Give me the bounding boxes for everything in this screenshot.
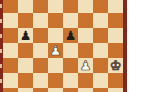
- square-f4[interactable]: [78, 43, 93, 58]
- square-d7[interactable]: [48, 0, 63, 13]
- square-a2[interactable]: [3, 73, 18, 88]
- rank-5-label-remnant: [0, 34, 2, 38]
- square-h7[interactable]: [108, 0, 123, 13]
- rank-4-label-remnant: [0, 49, 2, 53]
- rank-3-label-remnant: [0, 64, 2, 68]
- white-king-h3[interactable]: ♚: [108, 58, 123, 73]
- square-d3[interactable]: [48, 58, 63, 73]
- square-e4[interactable]: [63, 43, 78, 58]
- square-b3[interactable]: [18, 58, 33, 73]
- square-g3[interactable]: [93, 58, 108, 73]
- square-a4[interactable]: [3, 43, 18, 58]
- white-pawn-d4[interactable]: ♟: [48, 43, 63, 58]
- square-h2[interactable]: [108, 73, 123, 88]
- square-g2[interactable]: [93, 73, 108, 88]
- square-d4[interactable]: ♟: [48, 43, 63, 58]
- square-c6[interactable]: [33, 13, 48, 28]
- square-g1[interactable]: [93, 88, 108, 92]
- square-h4[interactable]: [108, 43, 123, 58]
- square-h1[interactable]: [108, 88, 123, 92]
- square-c5[interactable]: [33, 28, 48, 43]
- square-a1[interactable]: [3, 88, 18, 92]
- square-a3[interactable]: [3, 58, 18, 73]
- square-c3[interactable]: [33, 58, 48, 73]
- square-c7[interactable]: [33, 0, 48, 13]
- square-c4[interactable]: [33, 43, 48, 58]
- square-a6[interactable]: [3, 13, 18, 28]
- square-f5[interactable]: [78, 28, 93, 43]
- square-a5[interactable]: [3, 28, 18, 43]
- square-e3[interactable]: [63, 58, 78, 73]
- square-e6[interactable]: [63, 13, 78, 28]
- square-d6[interactable]: [48, 13, 63, 28]
- black-pawn-e5[interactable]: ♟: [63, 28, 78, 43]
- square-b5[interactable]: ♟: [18, 28, 33, 43]
- square-e2[interactable]: [63, 73, 78, 88]
- square-b6[interactable]: [18, 13, 33, 28]
- square-c2[interactable]: [33, 73, 48, 88]
- square-b1[interactable]: [18, 88, 33, 92]
- square-g5[interactable]: [93, 28, 108, 43]
- square-b4[interactable]: [18, 43, 33, 58]
- square-b2[interactable]: [18, 73, 33, 88]
- square-a7[interactable]: [3, 0, 18, 13]
- square-h5[interactable]: [108, 28, 123, 43]
- white-pawn-f3[interactable]: ♟: [78, 58, 93, 73]
- square-h6[interactable]: [108, 13, 123, 28]
- square-e5[interactable]: ♟: [63, 28, 78, 43]
- square-e1[interactable]: [63, 88, 78, 92]
- square-c1[interactable]: [33, 88, 48, 92]
- rank-2-label-remnant: [0, 79, 2, 83]
- square-g7[interactable]: [93, 0, 108, 13]
- square-d1[interactable]: [48, 88, 63, 92]
- chess-diagram-screenshot: ♟♟♟♟♚: [0, 0, 164, 92]
- square-f6[interactable]: [78, 13, 93, 28]
- board-squares: ♟♟♟♟♚: [3, 0, 123, 92]
- square-f2[interactable]: [78, 73, 93, 88]
- rank-7-label-remnant: [0, 4, 2, 8]
- square-f7[interactable]: [78, 0, 93, 13]
- square-g6[interactable]: [93, 13, 108, 28]
- square-e7[interactable]: [63, 0, 78, 13]
- square-h3[interactable]: ♚: [108, 58, 123, 73]
- page-background: [127, 0, 164, 92]
- rank-6-label-remnant: [0, 19, 2, 23]
- square-d2[interactable]: [48, 73, 63, 88]
- square-d5[interactable]: [48, 28, 63, 43]
- chess-board: ♟♟♟♟♚: [0, 0, 127, 92]
- square-f1[interactable]: [78, 88, 93, 92]
- black-pawn-b5[interactable]: ♟: [18, 28, 33, 43]
- square-b7[interactable]: [18, 0, 33, 13]
- square-f3[interactable]: ♟: [78, 58, 93, 73]
- square-g4[interactable]: [93, 43, 108, 58]
